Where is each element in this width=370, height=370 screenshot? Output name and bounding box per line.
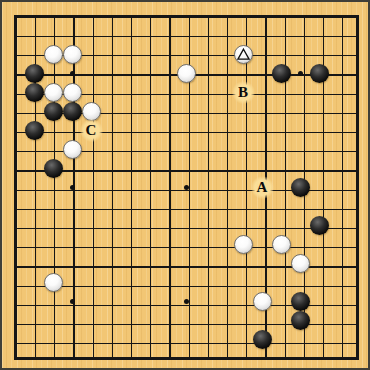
black-stone	[63, 102, 82, 121]
board-intersections[interactable]: ABC	[6, 7, 367, 368]
white-stone	[63, 140, 82, 159]
black-stone	[253, 330, 272, 349]
white-stone	[82, 102, 101, 121]
white-stone	[44, 273, 63, 292]
star-point	[63, 64, 82, 83]
white-stone	[291, 254, 310, 273]
white-stone	[272, 235, 291, 254]
black-stone	[25, 83, 44, 102]
white-stone	[63, 83, 82, 102]
white-stone-triangle-marked	[234, 45, 253, 64]
white-stone	[177, 64, 196, 83]
black-stone	[291, 311, 310, 330]
black-stone	[44, 102, 63, 121]
white-stone	[253, 292, 272, 311]
white-stone	[44, 83, 63, 102]
black-stone	[291, 292, 310, 311]
label-letter: A	[253, 178, 272, 197]
triangle-marker	[235, 45, 252, 64]
black-stone	[44, 159, 63, 178]
black-stone	[310, 216, 329, 235]
go-board[interactable]: ABC	[0, 0, 370, 370]
black-stone	[25, 121, 44, 140]
white-stone	[63, 45, 82, 64]
label-c[interactable]: C	[82, 121, 101, 140]
label-a[interactable]: A	[253, 178, 272, 197]
star-point	[291, 64, 310, 83]
white-stone	[44, 45, 63, 64]
white-stone	[234, 235, 253, 254]
black-stone	[291, 178, 310, 197]
label-b[interactable]: B	[234, 83, 253, 102]
black-stone	[25, 64, 44, 83]
star-point	[177, 178, 196, 197]
label-letter: C	[82, 121, 101, 140]
star-point	[63, 178, 82, 197]
black-stone	[310, 64, 329, 83]
black-stone	[272, 64, 291, 83]
star-point	[63, 292, 82, 311]
label-letter: B	[234, 83, 253, 102]
star-point	[177, 292, 196, 311]
